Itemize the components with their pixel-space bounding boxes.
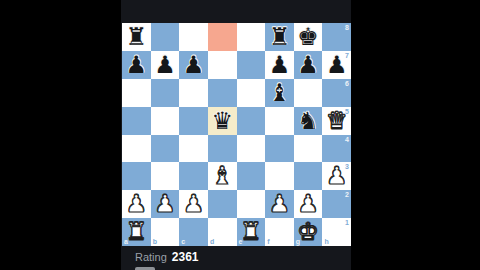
square-f3[interactable] — [265, 162, 294, 190]
screenshot-root: ♜♜♚8♟♟♟♟♟♟7♝6♛♞♛54♝♟3♟♟♟♟♟2♜abcd♜ef♚g1h … — [0, 0, 480, 270]
square-h2[interactable]: 2 — [322, 190, 351, 218]
square-a5[interactable] — [122, 107, 151, 135]
square-h3[interactable]: ♟3 — [322, 162, 351, 190]
square-a7[interactable]: ♟ — [122, 51, 151, 79]
square-b2[interactable]: ♟ — [151, 190, 180, 218]
piece-black-rook[interactable]: ♜ — [126, 24, 148, 48]
square-b7[interactable]: ♟ — [151, 51, 180, 79]
square-h8[interactable]: 8 — [322, 23, 351, 51]
file-label-b: b — [153, 238, 157, 245]
piece-white-rook[interactable]: ♜ — [126, 220, 148, 244]
square-g1[interactable]: ♚g — [294, 218, 323, 246]
square-a2[interactable]: ♟ — [122, 190, 151, 218]
rank-label-1: 1 — [345, 219, 349, 226]
square-d6[interactable] — [208, 79, 237, 107]
piece-white-rook[interactable]: ♜ — [240, 220, 262, 244]
piece-black-pawn[interactable]: ♟ — [269, 52, 291, 76]
square-h4[interactable]: 4 — [322, 135, 351, 163]
square-g2[interactable]: ♟ — [294, 190, 323, 218]
square-g5[interactable]: ♞ — [294, 107, 323, 135]
square-d5[interactable]: ♛ — [208, 107, 237, 135]
square-d2[interactable] — [208, 190, 237, 218]
square-e2[interactable] — [237, 190, 266, 218]
piece-white-pawn[interactable]: ♟ — [126, 192, 148, 216]
square-h1[interactable]: 1h — [322, 218, 351, 246]
piece-black-pawn[interactable]: ♟ — [297, 52, 319, 76]
square-c5[interactable] — [179, 107, 208, 135]
rank-label-2: 2 — [345, 191, 349, 198]
square-f5[interactable] — [265, 107, 294, 135]
square-c7[interactable]: ♟ — [179, 51, 208, 79]
square-c6[interactable] — [179, 79, 208, 107]
square-d7[interactable] — [208, 51, 237, 79]
piece-black-rook[interactable]: ♜ — [269, 24, 291, 48]
piece-white-bishop[interactable]: ♝ — [211, 164, 233, 188]
square-b6[interactable] — [151, 79, 180, 107]
square-e1[interactable]: ♜e — [237, 218, 266, 246]
piece-black-pawn[interactable]: ♟ — [326, 52, 348, 76]
square-d8[interactable] — [208, 23, 237, 51]
square-a8[interactable]: ♜ — [122, 23, 151, 51]
file-label-c: c — [181, 238, 185, 245]
rank-label-6: 6 — [345, 80, 349, 87]
square-c8[interactable] — [179, 23, 208, 51]
piece-white-queen[interactable]: ♛ — [326, 108, 348, 132]
piece-black-pawn[interactable]: ♟ — [126, 52, 148, 76]
square-b5[interactable] — [151, 107, 180, 135]
square-b3[interactable] — [151, 162, 180, 190]
chess-board: ♜♜♚8♟♟♟♟♟♟7♝6♛♞♛54♝♟3♟♟♟♟♟2♜abcd♜ef♚g1h — [122, 23, 351, 246]
square-f7[interactable]: ♟ — [265, 51, 294, 79]
rank-label-8: 8 — [345, 24, 349, 31]
square-f6[interactable]: ♝ — [265, 79, 294, 107]
square-f2[interactable]: ♟ — [265, 190, 294, 218]
piece-black-queen[interactable]: ♛ — [211, 108, 233, 132]
file-label-f: f — [267, 238, 269, 245]
square-d1[interactable]: d — [208, 218, 237, 246]
piece-white-pawn[interactable]: ♟ — [269, 192, 291, 216]
square-e8[interactable] — [237, 23, 266, 51]
rating-value: 2361 — [172, 250, 199, 264]
rating-row: Rating 2361 — [135, 250, 199, 264]
file-label-h: h — [324, 238, 328, 245]
square-b1[interactable]: b — [151, 218, 180, 246]
square-e5[interactable] — [237, 107, 266, 135]
rating-label: Rating — [135, 251, 167, 263]
square-g8[interactable]: ♚ — [294, 23, 323, 51]
square-h5[interactable]: ♛5 — [322, 107, 351, 135]
square-h6[interactable]: 6 — [322, 79, 351, 107]
square-e3[interactable] — [237, 162, 266, 190]
piece-black-pawn[interactable]: ♟ — [183, 52, 205, 76]
square-g3[interactable] — [294, 162, 323, 190]
piece-black-bishop[interactable]: ♝ — [269, 80, 291, 104]
square-h7[interactable]: ♟7 — [322, 51, 351, 79]
piece-white-pawn[interactable]: ♟ — [297, 192, 319, 216]
square-e7[interactable] — [237, 51, 266, 79]
piece-black-king[interactable]: ♚ — [297, 24, 319, 48]
square-e6[interactable] — [237, 79, 266, 107]
square-d4[interactable] — [208, 135, 237, 163]
square-a6[interactable] — [122, 79, 151, 107]
file-label-d: d — [210, 238, 214, 245]
square-a4[interactable] — [122, 135, 151, 163]
square-e4[interactable] — [237, 135, 266, 163]
square-g7[interactable]: ♟ — [294, 51, 323, 79]
piece-white-pawn[interactable]: ♟ — [183, 192, 205, 216]
square-b4[interactable] — [151, 135, 180, 163]
square-a1[interactable]: ♜a — [122, 218, 151, 246]
square-f1[interactable]: f — [265, 218, 294, 246]
square-c2[interactable]: ♟ — [179, 190, 208, 218]
square-c4[interactable] — [179, 135, 208, 163]
square-a3[interactable] — [122, 162, 151, 190]
square-b8[interactable] — [151, 23, 180, 51]
square-c1[interactable]: c — [179, 218, 208, 246]
square-g6[interactable] — [294, 79, 323, 107]
piece-black-knight[interactable]: ♞ — [297, 108, 319, 132]
square-f4[interactable] — [265, 135, 294, 163]
piece-white-pawn[interactable]: ♟ — [326, 164, 348, 188]
piece-white-king[interactable]: ♚ — [297, 220, 319, 244]
square-f8[interactable]: ♜ — [265, 23, 294, 51]
square-g4[interactable] — [294, 135, 323, 163]
square-d3[interactable]: ♝ — [208, 162, 237, 190]
piece-black-pawn[interactable]: ♟ — [154, 52, 176, 76]
square-c3[interactable] — [179, 162, 208, 190]
app-panel: ♜♜♚8♟♟♟♟♟♟7♝6♛♞♛54♝♟3♟♟♟♟♟2♜abcd♜ef♚g1h … — [121, 0, 351, 270]
piece-white-pawn[interactable]: ♟ — [154, 192, 176, 216]
rank-label-4: 4 — [345, 136, 349, 143]
